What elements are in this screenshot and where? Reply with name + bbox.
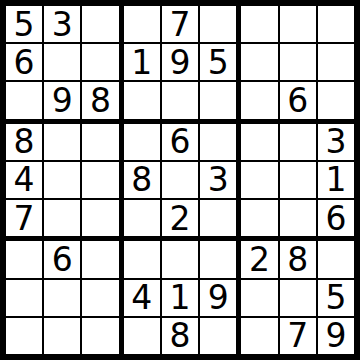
sudoku-box-9: 28579 [241,241,354,354]
cell-r1c8[interactable] [280,6,316,42]
cell-r9c9[interactable]: 9 [318,318,354,354]
cell-r4c8[interactable] [280,124,316,160]
cell-r7c3[interactable] [82,241,118,277]
cell-r8c2[interactable] [44,280,80,316]
cell-r8c3[interactable] [82,280,118,316]
cell-r6c1[interactable]: 7 [6,200,42,236]
cell-r3c3[interactable]: 8 [82,82,118,118]
cell-r9c3[interactable] [82,318,118,354]
cell-r2c2[interactable] [44,44,80,80]
sudoku-box-4: 847 [6,124,119,237]
cell-r6c7[interactable] [241,200,277,236]
cell-r7c8[interactable]: 8 [280,241,316,277]
cell-r6c6[interactable] [200,200,236,236]
cell-r6c4[interactable] [124,200,160,236]
cell-r7c1[interactable] [6,241,42,277]
sudoku-box-2: 7195 [124,6,237,119]
cell-r5c1[interactable]: 4 [6,162,42,198]
cell-r9c5[interactable]: 8 [162,318,198,354]
cell-r2c9[interactable] [318,44,354,80]
cell-r2c3[interactable] [82,44,118,80]
cell-r1c2[interactable]: 3 [44,6,80,42]
cell-r8c8[interactable] [280,280,316,316]
cell-r5c4[interactable]: 8 [124,162,160,198]
cell-r3c5[interactable] [162,82,198,118]
cell-r3c6[interactable] [200,82,236,118]
cell-r6c8[interactable] [280,200,316,236]
cell-r6c3[interactable] [82,200,118,236]
cell-r8c6[interactable]: 9 [200,280,236,316]
cell-r4c4[interactable] [124,124,160,160]
cell-r1c9[interactable] [318,6,354,42]
cell-r3c7[interactable] [241,82,277,118]
cell-r4c2[interactable] [44,124,80,160]
cell-r7c4[interactable] [124,241,160,277]
sudoku-box-3: 6 [241,6,354,119]
cell-r4c9[interactable]: 3 [318,124,354,160]
cell-r3c2[interactable]: 9 [44,82,80,118]
sudoku-box-8: 4198 [124,241,237,354]
cell-r2c8[interactable] [280,44,316,80]
cell-r7c6[interactable] [200,241,236,277]
cell-r5c2[interactable] [44,162,80,198]
cell-r1c1[interactable]: 5 [6,6,42,42]
cell-r9c2[interactable] [44,318,80,354]
cell-r2c6[interactable]: 5 [200,44,236,80]
cell-r4c1[interactable]: 8 [6,124,42,160]
cell-r8c7[interactable] [241,280,277,316]
cell-r3c4[interactable] [124,82,160,118]
cell-r6c9[interactable]: 6 [318,200,354,236]
cell-r7c5[interactable] [162,241,198,277]
cell-r2c1[interactable]: 6 [6,44,42,80]
cell-r9c7[interactable] [241,318,277,354]
cell-r5c7[interactable] [241,162,277,198]
cell-r3c1[interactable] [6,82,42,118]
cell-r2c4[interactable]: 1 [124,44,160,80]
cell-r2c5[interactable]: 9 [162,44,198,80]
cell-r4c7[interactable] [241,124,277,160]
cell-r3c9[interactable] [318,82,354,118]
cell-r7c7[interactable]: 2 [241,241,277,277]
cell-r6c2[interactable] [44,200,80,236]
cell-r9c1[interactable] [6,318,42,354]
cell-r8c4[interactable]: 4 [124,280,160,316]
cell-r5c8[interactable] [280,162,316,198]
cell-r3c8[interactable]: 6 [280,82,316,118]
cell-r6c5[interactable]: 2 [162,200,198,236]
cell-r7c2[interactable]: 6 [44,241,80,277]
cell-r4c5[interactable]: 6 [162,124,198,160]
cell-r5c3[interactable] [82,162,118,198]
cell-r8c9[interactable]: 5 [318,280,354,316]
cell-r2c7[interactable] [241,44,277,80]
cell-r7c9[interactable] [318,241,354,277]
sudoku-box-7: 6 [6,241,119,354]
cell-r5c5[interactable] [162,162,198,198]
cell-r9c8[interactable]: 7 [280,318,316,354]
cell-r8c1[interactable] [6,280,42,316]
cell-r5c9[interactable]: 1 [318,162,354,198]
cell-r1c3[interactable] [82,6,118,42]
cell-r4c6[interactable] [200,124,236,160]
cell-r1c5[interactable]: 7 [162,6,198,42]
sudoku-box-6: 316 [241,124,354,237]
cell-r9c4[interactable] [124,318,160,354]
cell-r5c6[interactable]: 3 [200,162,236,198]
cell-r9c6[interactable] [200,318,236,354]
cell-r4c3[interactable] [82,124,118,160]
cell-r1c7[interactable] [241,6,277,42]
cell-r1c4[interactable] [124,6,160,42]
sudoku-box-5: 6832 [124,124,237,237]
sudoku-box-1: 53698 [6,6,119,119]
sudoku-board: 53698 7195 6 847 6832 316 6 4198 28579 [0,0,360,360]
cell-r1c6[interactable] [200,6,236,42]
cell-r8c5[interactable]: 1 [162,280,198,316]
